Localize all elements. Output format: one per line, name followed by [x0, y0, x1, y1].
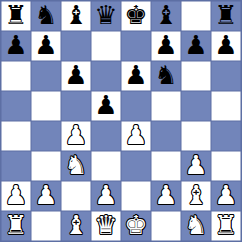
square-d1[interactable]: ♛ — [91, 211, 121, 241]
square-c4[interactable]: ♟ — [61, 121, 91, 151]
square-a8[interactable]: ♜ — [1, 1, 31, 31]
square-g1[interactable]: ♞ — [181, 211, 211, 241]
black-bishop: ♝ — [154, 2, 177, 28]
black-pawn: ♟ — [34, 32, 57, 58]
square-b5[interactable] — [31, 91, 61, 121]
square-h5[interactable] — [211, 91, 241, 121]
square-e7[interactable] — [121, 31, 151, 61]
black-rook: ♜ — [214, 2, 237, 28]
white-pawn: ♟ — [184, 152, 207, 178]
white-bishop: ♝ — [64, 212, 87, 238]
black-king: ♚ — [124, 2, 147, 28]
square-c8[interactable]: ♝ — [61, 1, 91, 31]
square-f5[interactable] — [151, 91, 181, 121]
square-a6[interactable] — [1, 61, 31, 91]
square-d2[interactable]: ♟ — [91, 181, 121, 211]
square-g4[interactable] — [181, 121, 211, 151]
chess-board: ♜♞♝♛♚♝♜♟♟♟♟♟♟♟♞♟♟♟♞♟♟♟♟♟♝♟♜♝♛♚♞♜ — [0, 0, 242, 242]
square-d4[interactable] — [91, 121, 121, 151]
square-e1[interactable]: ♚ — [121, 211, 151, 241]
square-b4[interactable] — [31, 121, 61, 151]
square-h2[interactable]: ♟ — [211, 181, 241, 211]
square-a1[interactable]: ♜ — [1, 211, 31, 241]
white-pawn: ♟ — [124, 122, 147, 148]
square-a3[interactable] — [1, 151, 31, 181]
square-f2[interactable]: ♟ — [151, 181, 181, 211]
square-c3[interactable]: ♞ — [61, 151, 91, 181]
square-g5[interactable] — [181, 91, 211, 121]
square-a4[interactable] — [1, 121, 31, 151]
square-e3[interactable] — [121, 151, 151, 181]
square-f8[interactable]: ♝ — [151, 1, 181, 31]
square-c5[interactable] — [61, 91, 91, 121]
square-f6[interactable]: ♞ — [151, 61, 181, 91]
black-knight: ♞ — [154, 62, 177, 88]
square-e4[interactable]: ♟ — [121, 121, 151, 151]
square-h7[interactable]: ♟ — [211, 31, 241, 61]
white-pawn: ♟ — [154, 182, 177, 208]
square-h4[interactable] — [211, 121, 241, 151]
black-pawn: ♟ — [94, 92, 117, 118]
square-h8[interactable]: ♜ — [211, 1, 241, 31]
black-pawn: ♟ — [154, 32, 177, 58]
square-d8[interactable]: ♛ — [91, 1, 121, 31]
square-g2[interactable]: ♝ — [181, 181, 211, 211]
square-h3[interactable] — [211, 151, 241, 181]
square-f3[interactable] — [151, 151, 181, 181]
square-f7[interactable]: ♟ — [151, 31, 181, 61]
square-e6[interactable]: ♟ — [121, 61, 151, 91]
square-g8[interactable] — [181, 1, 211, 31]
black-rook: ♜ — [4, 2, 27, 28]
white-pawn: ♟ — [34, 182, 57, 208]
white-pawn: ♟ — [4, 182, 27, 208]
white-knight: ♞ — [184, 212, 207, 238]
black-pawn: ♟ — [214, 32, 237, 58]
square-h1[interactable]: ♜ — [211, 211, 241, 241]
square-b6[interactable] — [31, 61, 61, 91]
white-pawn: ♟ — [94, 182, 117, 208]
square-d6[interactable] — [91, 61, 121, 91]
square-c1[interactable]: ♝ — [61, 211, 91, 241]
black-pawn: ♟ — [64, 62, 87, 88]
black-bishop: ♝ — [64, 2, 87, 28]
square-g6[interactable] — [181, 61, 211, 91]
square-h6[interactable] — [211, 61, 241, 91]
square-b1[interactable] — [31, 211, 61, 241]
square-f4[interactable] — [151, 121, 181, 151]
square-d5[interactable]: ♟ — [91, 91, 121, 121]
square-b3[interactable] — [31, 151, 61, 181]
white-rook: ♜ — [214, 212, 237, 238]
white-rook: ♜ — [4, 212, 27, 238]
black-knight: ♞ — [34, 2, 57, 28]
square-f1[interactable] — [151, 211, 181, 241]
square-b2[interactable]: ♟ — [31, 181, 61, 211]
white-bishop: ♝ — [184, 182, 207, 208]
black-pawn: ♟ — [184, 32, 207, 58]
black-pawn: ♟ — [124, 62, 147, 88]
square-a5[interactable] — [1, 91, 31, 121]
square-c2[interactable] — [61, 181, 91, 211]
square-d3[interactable] — [91, 151, 121, 181]
square-d7[interactable] — [91, 31, 121, 61]
white-knight: ♞ — [64, 152, 87, 178]
square-b8[interactable]: ♞ — [31, 1, 61, 31]
square-b7[interactable]: ♟ — [31, 31, 61, 61]
square-e8[interactable]: ♚ — [121, 1, 151, 31]
square-a2[interactable]: ♟ — [1, 181, 31, 211]
white-pawn: ♟ — [64, 122, 87, 148]
square-e2[interactable] — [121, 181, 151, 211]
white-king: ♚ — [124, 212, 147, 238]
square-a7[interactable]: ♟ — [1, 31, 31, 61]
square-c6[interactable]: ♟ — [61, 61, 91, 91]
square-c7[interactable] — [61, 31, 91, 61]
white-pawn: ♟ — [214, 182, 237, 208]
black-pawn: ♟ — [4, 32, 27, 58]
square-g7[interactable]: ♟ — [181, 31, 211, 61]
square-g3[interactable]: ♟ — [181, 151, 211, 181]
black-queen: ♛ — [94, 2, 117, 28]
square-e5[interactable] — [121, 91, 151, 121]
white-queen: ♛ — [94, 212, 117, 238]
